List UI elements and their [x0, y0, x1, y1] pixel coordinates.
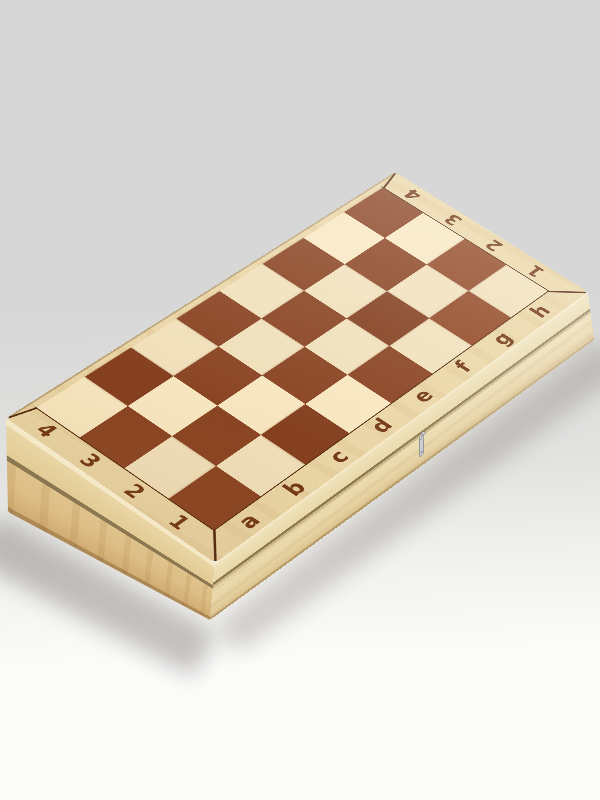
- file-label-c: c: [325, 447, 353, 466]
- corner-miter-line-near-right: [549, 291, 588, 293]
- rank-label-right-2: 2: [482, 237, 507, 254]
- rank-label-right-1: 1: [523, 263, 548, 280]
- rank-label-left-4: 4: [31, 420, 61, 440]
- file-label-f: f: [451, 359, 476, 375]
- file-label-d: d: [367, 416, 397, 436]
- rank-label-right-4: 4: [400, 186, 425, 202]
- file-label-a: a: [234, 510, 265, 532]
- rank-label-left-2: 2: [120, 481, 150, 502]
- chess-box-photo: abcdefgh 4321 4321: [0, 0, 600, 800]
- rank-label-right-3: 3: [440, 212, 465, 228]
- file-label-e: e: [409, 386, 438, 406]
- file-label-g: g: [488, 329, 516, 348]
- rank-label-left-1: 1: [165, 512, 195, 533]
- file-label-h: h: [526, 302, 554, 321]
- file-label-b: b: [279, 478, 310, 500]
- rank-label-left-3: 3: [75, 450, 105, 470]
- corner-miter-line-near-left: [214, 530, 217, 563]
